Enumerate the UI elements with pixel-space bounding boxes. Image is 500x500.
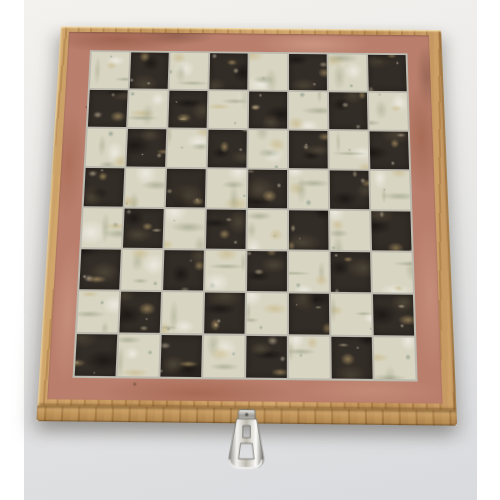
square-f2 (289, 293, 329, 334)
square-g6 (329, 131, 368, 169)
square-e3 (247, 251, 287, 291)
square-f8 (289, 54, 327, 90)
square-a1 (75, 334, 118, 376)
square-f7 (289, 92, 327, 129)
chess-board (73, 50, 418, 381)
square-f5 (289, 170, 328, 209)
square-f1 (289, 336, 330, 378)
square-g5 (330, 170, 369, 209)
square-e5 (248, 170, 287, 209)
square-c7 (168, 91, 207, 128)
square-c4 (164, 209, 204, 248)
square-e8 (249, 54, 287, 90)
square-c2 (162, 292, 203, 333)
square-b6 (126, 129, 166, 167)
square-f4 (289, 210, 328, 250)
square-e1 (246, 336, 287, 378)
square-h8 (368, 55, 407, 91)
square-a2 (77, 291, 119, 332)
wood-frame-lid (37, 26, 456, 410)
marble-border (47, 32, 442, 404)
square-a7 (88, 90, 128, 127)
square-d7 (209, 91, 248, 128)
square-g3 (331, 252, 371, 292)
square-h7 (369, 93, 408, 130)
square-d8 (209, 53, 247, 89)
square-c6 (167, 129, 206, 167)
square-c1 (160, 335, 202, 377)
square-b4 (123, 209, 164, 248)
square-h2 (373, 294, 414, 335)
chess-box (36, 26, 457, 425)
square-b8 (130, 52, 169, 88)
metal-clasp-latch (223, 409, 270, 474)
square-a6 (86, 129, 126, 167)
square-b1 (118, 335, 160, 377)
square-g8 (329, 54, 367, 90)
square-b2 (119, 292, 161, 333)
square-g2 (331, 294, 372, 335)
square-h3 (372, 252, 413, 292)
square-c8 (170, 53, 209, 89)
clasp-icon (223, 409, 270, 474)
square-h6 (370, 131, 409, 169)
square-d4 (206, 209, 246, 249)
square-f3 (289, 251, 329, 291)
square-a5 (84, 168, 125, 207)
square-e6 (248, 130, 287, 168)
square-b7 (128, 90, 167, 127)
square-d2 (204, 293, 245, 334)
square-h5 (370, 171, 410, 210)
square-d6 (208, 130, 247, 168)
square-d1 (203, 335, 244, 377)
square-a3 (79, 249, 121, 289)
photo-background (24, 0, 477, 500)
square-e7 (249, 91, 287, 128)
square-a8 (90, 52, 129, 88)
square-g1 (331, 337, 372, 379)
square-h1 (374, 337, 416, 379)
square-e4 (247, 210, 287, 250)
square-g7 (329, 92, 368, 129)
square-c3 (163, 250, 204, 290)
perspective-wrapper (36, 26, 457, 425)
square-d3 (205, 251, 245, 291)
square-g4 (330, 211, 370, 251)
square-c5 (166, 169, 206, 208)
square-b3 (121, 250, 162, 290)
square-b5 (125, 168, 165, 207)
square-e2 (247, 293, 287, 334)
square-d5 (207, 169, 247, 208)
square-a4 (82, 208, 123, 247)
square-f6 (289, 131, 328, 169)
square-h4 (371, 211, 411, 251)
